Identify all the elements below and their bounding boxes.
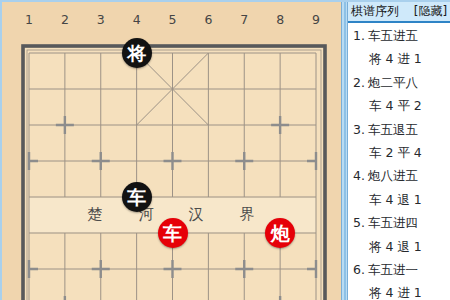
move-red-line[interactable]: 1.车五进五 [348,24,450,47]
move-number: 1. [353,24,368,47]
move-black-line[interactable]: 车 4 平 2 [348,94,450,117]
piece-red-chariot[interactable]: 车 [158,218,188,248]
column-label: 6 [204,12,212,27]
move-black-line[interactable]: 将 4 进 1 [348,47,450,70]
move-red-text: 车五进一 [368,262,418,277]
move-list: 1.车五进五将 4 进 12.炮二平八车 4 平 23.车五退五车 2 平 44… [348,23,450,300]
move-red-line[interactable]: 6.车五进一 [348,258,450,281]
move-panel: 棋谱序列 [隐藏] 1.车五进五将 4 进 12.炮二平八车 4 平 23.车五… [348,0,450,300]
column-labels: 1 2 3 4 5 6 7 8 9 [25,12,320,27]
move-red-text: 车五进四 [368,215,418,230]
move-number: 5. [353,211,368,234]
move-red-text: 炮二平八 [368,75,418,90]
move-number: 4. [353,164,368,187]
piece-black-chariot[interactable]: 车 [122,182,152,212]
xiangqi-app: 1 2 3 4 5 6 7 8 9 楚 河 汉 界 将车车炮 棋谱序列 [ [0,0,450,300]
column-label: 4 [133,12,141,27]
piece-red-cannon[interactable]: 炮 [265,218,295,248]
move-number: 2. [353,71,368,94]
move-panel-header: 棋谱序列 [隐藏] [348,0,450,23]
move-black-line[interactable]: 将 4 进 1 [348,281,450,300]
column-label: 1 [25,12,33,27]
column-label: 7 [240,12,248,27]
window-top-edge [0,0,450,2]
move-red-text: 车五退五 [368,122,418,137]
window-left-edge [0,0,2,300]
move-number: 3. [353,118,368,141]
river-char: 楚 [88,205,103,223]
hide-button[interactable]: [隐藏] [414,4,447,18]
piece-black-general[interactable]: 将 [122,38,152,68]
column-label: 2 [61,12,69,27]
board-inner-fill [25,48,324,300]
panel-divider [341,0,348,300]
move-black-line[interactable]: 车 4 退 1 [348,188,450,211]
move-black-line[interactable]: 车 2 平 4 [348,141,450,164]
column-label: 8 [276,12,284,27]
column-label: 5 [169,12,177,27]
move-red-line[interactable]: 3.车五退五 [348,118,450,141]
move-red-text: 炮八进五 [368,168,418,183]
board-area: 1 2 3 4 5 6 7 8 9 楚 河 汉 界 将车车炮 [0,0,341,300]
column-label: 9 [312,12,320,27]
move-black-line[interactable]: 将 4 退 1 [348,235,450,258]
move-red-text: 车五进五 [368,28,418,43]
river-char: 界 [240,205,255,223]
move-number: 6. [353,258,368,281]
panel-divider-highlight [344,0,346,300]
move-red-line[interactable]: 5.车五进四 [348,211,450,234]
xiangqi-board[interactable]: 1 2 3 4 5 6 7 8 9 楚 河 汉 界 [0,0,341,300]
river-char: 汉 [189,205,204,223]
move-red-line[interactable]: 4.炮八进五 [348,164,450,187]
move-panel-title: 棋谱序列 [351,4,399,18]
move-red-line[interactable]: 2.炮二平八 [348,71,450,94]
column-label: 3 [97,12,105,27]
